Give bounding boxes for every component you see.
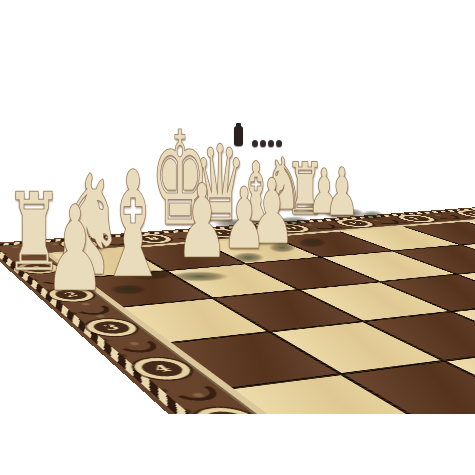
white-pawn-icon: ♟ (325, 160, 359, 226)
white-crop (0, 414, 475, 475)
white-bishop-icon: ♝ (97, 152, 169, 299)
piece-shadow (268, 242, 297, 253)
king-black-finial-accent (234, 126, 243, 146)
white-pawn-icon: ♟ (176, 171, 229, 273)
piece-shadow (297, 237, 327, 248)
photo-canvas: A1B2C3D4E5F6G7H8 ♜♟♞♝♚♛♟♟♝♞♟♜♟♟ (0, 0, 475, 475)
piece-shadow (108, 284, 148, 295)
piece-shadow (231, 252, 265, 263)
piece-shadow (359, 210, 385, 221)
piece-shadow (168, 271, 230, 282)
white-pawn-icon: ♟ (44, 190, 105, 308)
